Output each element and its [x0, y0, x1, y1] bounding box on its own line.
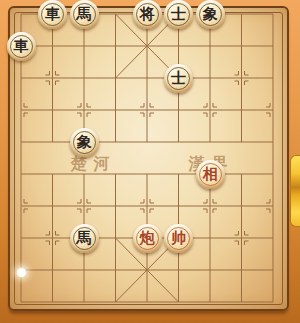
piece-glyph: 馬	[77, 7, 92, 22]
piece-black-horse[interactable]: 馬	[70, 0, 99, 29]
piece-black-horse[interactable]: 馬	[70, 224, 99, 253]
piece-glyph: 象	[203, 7, 218, 22]
piece-glyph: 馬	[77, 231, 92, 246]
piece-glyph: 車	[45, 7, 60, 22]
piece-glyph: 将	[140, 7, 155, 22]
river-label-chu: 楚河	[64, 154, 117, 175]
xiangqi-board[interactable]	[8, 6, 289, 311]
piece-glyph: 士	[171, 7, 186, 22]
piece-black-elephant[interactable]: 象	[70, 128, 99, 157]
board-inner-frame	[14, 12, 283, 305]
piece-red-cannon[interactable]: 炮	[133, 224, 162, 253]
piece-black-elephant[interactable]: 象	[196, 0, 225, 29]
piece-black-chariot[interactable]: 車	[7, 32, 36, 61]
piece-glyph: 車	[14, 39, 29, 54]
piece-glyph: 炮	[140, 231, 155, 246]
piece-glyph: 象	[77, 135, 92, 150]
last-move-indicator-dot	[17, 268, 26, 277]
piece-black-chariot[interactable]: 車	[38, 0, 67, 29]
piece-glyph: 士	[171, 71, 186, 86]
piece-black-advisor[interactable]: 士	[164, 0, 193, 29]
piece-glyph: 相	[203, 167, 218, 182]
piece-red-elephant[interactable]: 相	[196, 160, 225, 189]
piece-black-general[interactable]: 将	[133, 0, 162, 29]
piece-black-advisor[interactable]: 士	[164, 64, 193, 93]
xiangqi-app: 楚河 漢界 車馬将士象車士象相馬炮帅	[0, 0, 300, 323]
side-panel-button[interactable]	[290, 155, 300, 227]
piece-glyph: 帅	[171, 231, 186, 246]
piece-red-general[interactable]: 帅	[164, 224, 193, 253]
